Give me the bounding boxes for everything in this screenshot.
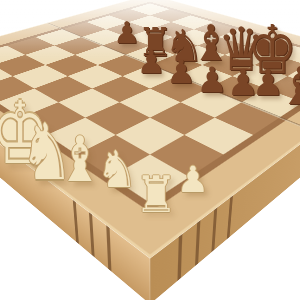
chess-set-photo: ♜ ♞ ♝ ♛ ♚ ♝ ♟ ♟ ♟ ♟ ♟ ♟ ♚ ♞ ♝ ♞ ♜ ♟ — [0, 0, 300, 300]
groove-line — [73, 200, 79, 244]
square-d3 — [68, 65, 123, 89]
groove-line — [195, 220, 200, 266]
black-pawn: ♟ — [252, 65, 284, 101]
groove-line — [89, 212, 95, 257]
groove-line — [177, 234, 182, 281]
groove-line — [211, 207, 217, 252]
white-rook: ♜ — [134, 171, 177, 219]
white-pawn: ♟ — [177, 162, 209, 198]
black-pawn: ♟ — [196, 63, 227, 98]
black-pawn: ♟ — [166, 55, 196, 88]
white-knight: ♞ — [96, 149, 137, 195]
square-h3 — [184, 118, 253, 155]
groove-line — [227, 195, 233, 239]
square-g3 — [150, 102, 215, 135]
black-pawn: ♟ — [137, 46, 166, 78]
groove-line — [106, 225, 111, 271]
square-h4 — [215, 102, 280, 135]
square-f3 — [119, 89, 180, 118]
